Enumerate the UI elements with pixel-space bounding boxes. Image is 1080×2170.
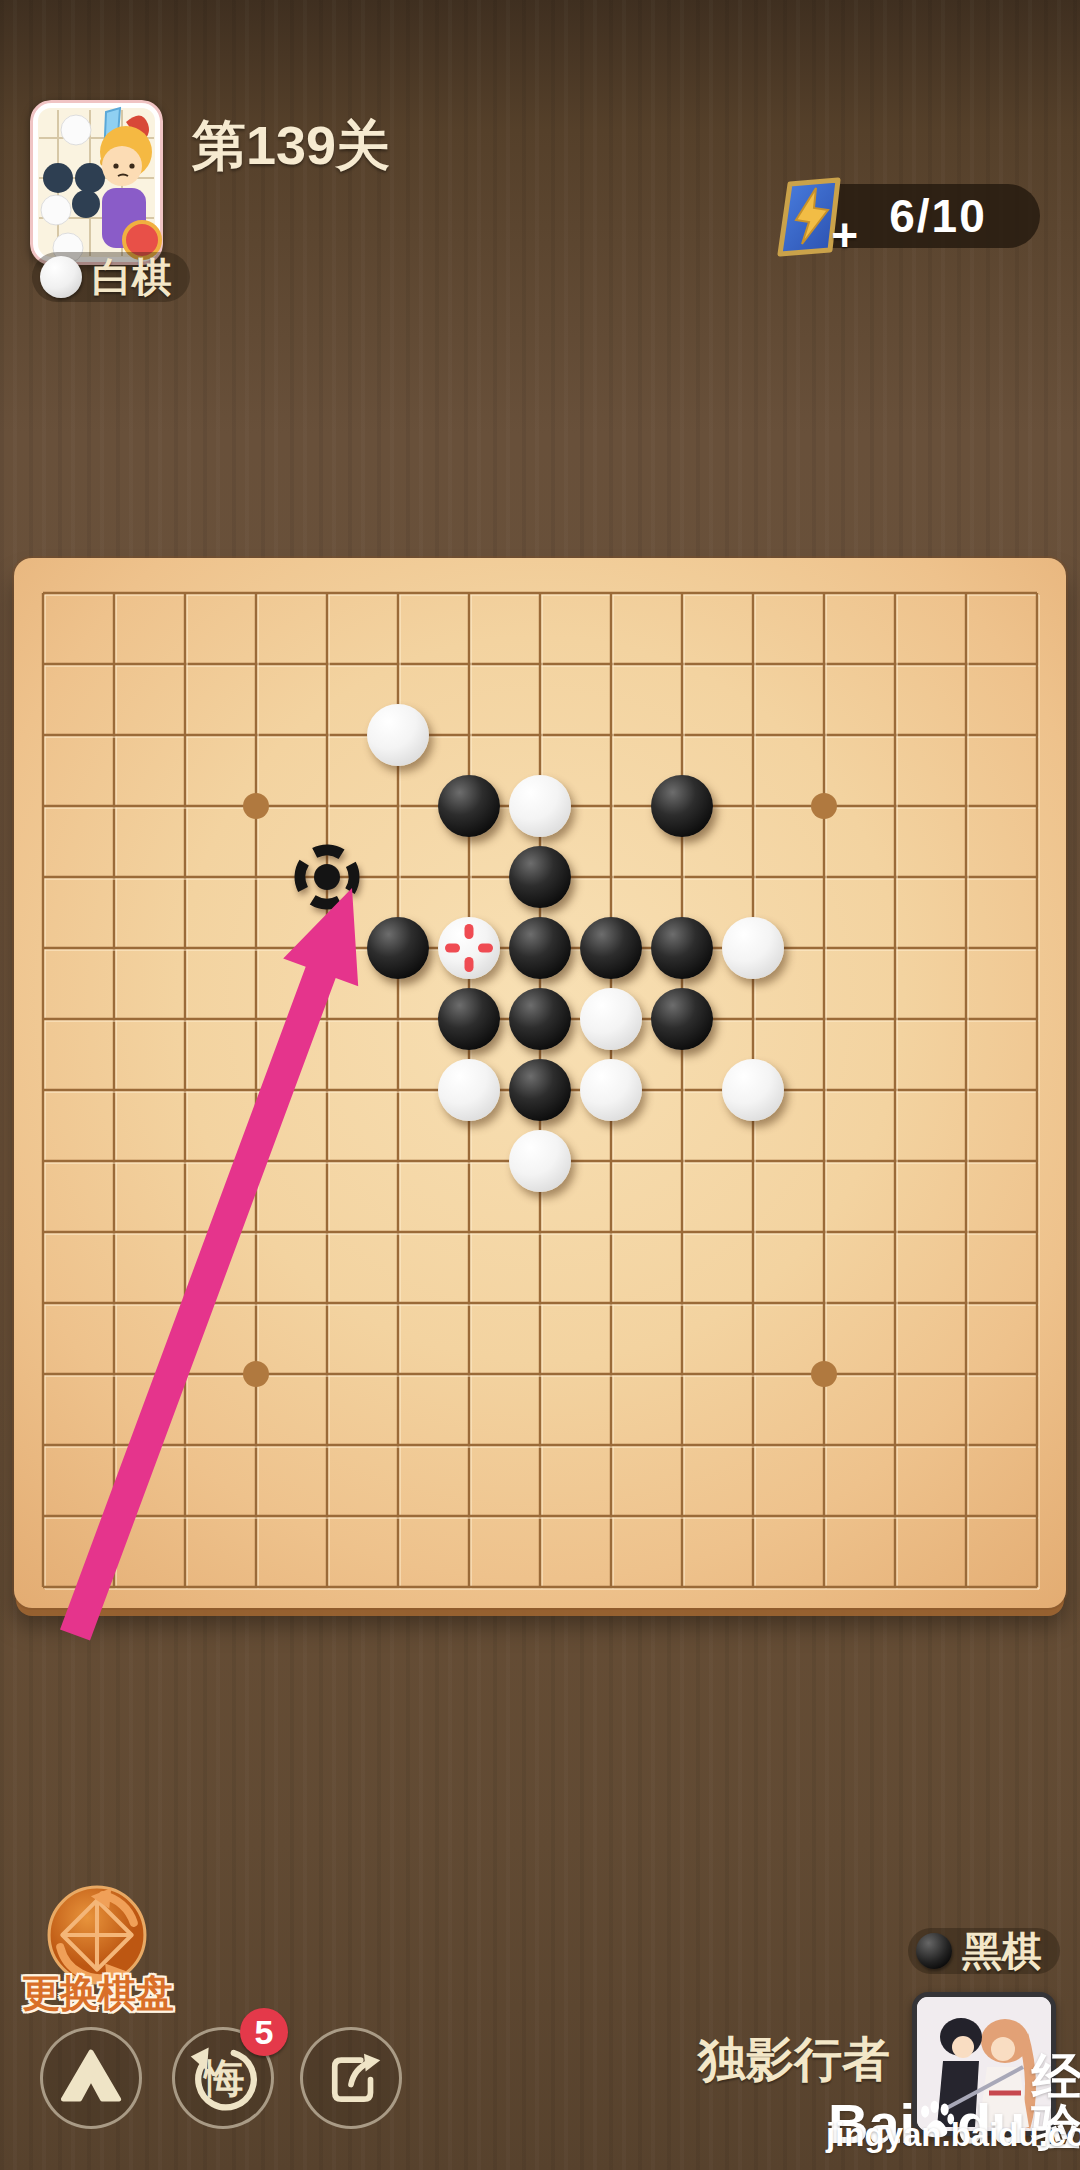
black-stone — [580, 917, 642, 979]
energy-bolt-icon[interactable]: + — [772, 176, 856, 260]
white-stone — [438, 917, 500, 979]
share-button[interactable] — [300, 2027, 402, 2129]
undo-count-badge: 5 — [240, 2008, 288, 2056]
energy-count: 6/10 — [853, 189, 987, 243]
last-move-cross — [464, 924, 473, 939]
energy-plus: + — [831, 208, 858, 262]
white-stone-icon — [40, 256, 82, 298]
level-title: 第139关 — [192, 110, 390, 183]
black-stone — [438, 775, 500, 837]
home-button[interactable] — [40, 2027, 142, 2129]
player-side-indicator: 白棋 — [32, 252, 190, 302]
black-stone — [651, 917, 713, 979]
last-move-cross — [464, 957, 473, 972]
stones-grid[interactable] — [7, 557, 1072, 1622]
share-icon — [312, 2039, 390, 2117]
black-stone — [651, 988, 713, 1050]
opponent-side-label: 黑棋 — [962, 1924, 1042, 1979]
black-stone — [438, 988, 500, 1050]
white-stone — [367, 704, 429, 766]
mountain-icon — [52, 2039, 130, 2117]
white-stone — [509, 1130, 571, 1192]
white-stone — [509, 775, 571, 837]
black-stone — [509, 1059, 571, 1121]
black-stone — [509, 917, 571, 979]
white-stone — [722, 917, 784, 979]
opponent-side-indicator: 黑棋 — [908, 1928, 1060, 1974]
change-board-label[interactable]: 更换棋盘 — [8, 1968, 188, 2019]
undo-label: 悔 — [205, 2051, 245, 2106]
last-move-cross — [478, 943, 493, 952]
target-marker[interactable] — [282, 832, 372, 922]
black-stone — [509, 988, 571, 1050]
black-stone — [509, 846, 571, 908]
white-stone — [438, 1059, 500, 1121]
app-icon-art — [30, 100, 163, 265]
app-icon — [30, 100, 163, 265]
black-stone — [651, 775, 713, 837]
white-stone — [580, 1059, 642, 1121]
watermark-url: jingyan.baidu.com — [826, 2116, 1080, 2154]
last-move-cross — [445, 943, 460, 952]
black-stone — [367, 917, 429, 979]
player-side-label: 白棋 — [92, 250, 172, 305]
white-stone — [722, 1059, 784, 1121]
white-stone — [580, 988, 642, 1050]
black-stone-icon — [916, 1933, 952, 1969]
